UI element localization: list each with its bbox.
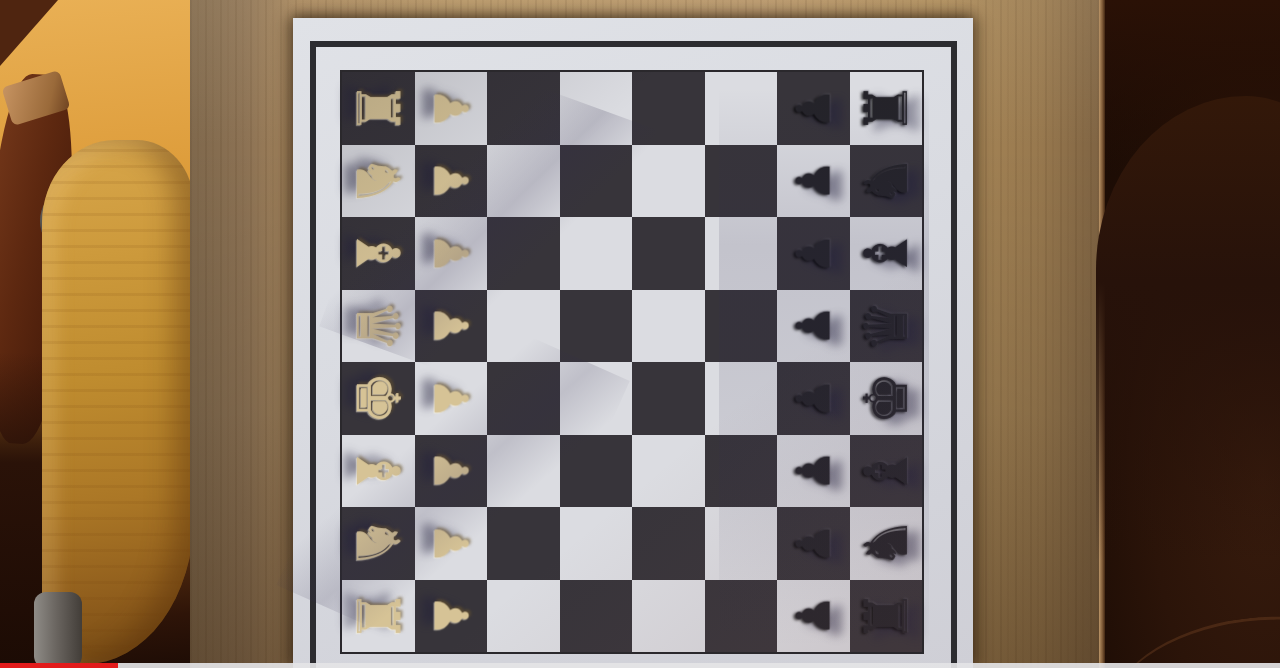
square-e5[interactable] [632,362,705,435]
white-knight-g1[interactable]: ♞ [348,516,408,570]
white-queen-d1[interactable]: ♛ [348,299,408,353]
square-h7[interactable]: ♟ [777,580,850,653]
video-progress-bar[interactable] [0,663,1280,668]
square-a5[interactable] [632,72,705,145]
chair-seat [42,140,194,664]
square-a2[interactable]: ♟ [415,72,488,145]
tabletop-chess-scene: ♜♟♟♜♞♟♟♞♝♟♟♝♛♟♟♛♚♟♟♚♝♟♟♝♞♟♟♞♜♟♟♜ [0,0,1280,668]
black-pawn-h7[interactable]: ♟ [790,595,837,637]
square-a6[interactable] [705,72,778,145]
square-c6[interactable] [705,217,778,290]
square-f4[interactable] [560,435,633,508]
white-pawn-d2[interactable]: ♟ [427,305,474,347]
square-g1[interactable]: ♞ [342,507,415,580]
black-pawn-e7[interactable]: ♟ [790,377,837,419]
black-rook-a8[interactable]: ♜ [856,81,916,135]
square-d6[interactable] [705,290,778,363]
black-knight-g8[interactable]: ♞ [856,516,916,570]
square-a1[interactable]: ♜ [342,72,415,145]
square-b3[interactable] [487,145,560,218]
square-c8[interactable]: ♝ [850,217,923,290]
black-pawn-g7[interactable]: ♟ [790,522,837,564]
square-b7[interactable]: ♟ [777,145,850,218]
square-e1[interactable]: ♚ [342,362,415,435]
square-f6[interactable] [705,435,778,508]
white-pawn-a2[interactable]: ♟ [427,87,474,129]
square-h3[interactable] [487,580,560,653]
square-c7[interactable]: ♟ [777,217,850,290]
white-bishop-c1[interactable]: ♝ [348,226,408,280]
square-d2[interactable]: ♟ [415,290,488,363]
square-h1[interactable]: ♜ [342,580,415,653]
white-pawn-c2[interactable]: ♟ [427,232,474,274]
chair-leg [34,592,82,668]
square-d1[interactable]: ♛ [342,290,415,363]
black-king-e8[interactable]: ♚ [856,371,916,425]
square-e3[interactable] [487,362,560,435]
white-knight-b1[interactable]: ♞ [348,154,408,208]
black-bishop-c8[interactable]: ♝ [856,226,916,280]
black-pawn-d7[interactable]: ♟ [790,305,837,347]
black-pawn-f7[interactable]: ♟ [790,450,837,492]
square-e2[interactable]: ♟ [415,362,488,435]
square-g5[interactable] [632,507,705,580]
video-progress-played[interactable] [0,663,118,668]
white-rook-a1[interactable]: ♜ [348,81,408,135]
black-pawn-c7[interactable]: ♟ [790,232,837,274]
square-a4[interactable] [560,72,633,145]
square-f7[interactable]: ♟ [777,435,850,508]
chess-board-grid[interactable]: ♜♟♟♜♞♟♟♞♝♟♟♝♛♟♟♛♚♟♟♚♝♟♟♝♞♟♟♞♜♟♟♜ [342,72,922,652]
square-c4[interactable] [560,217,633,290]
square-g3[interactable] [487,507,560,580]
white-rook-h1[interactable]: ♜ [348,589,408,643]
square-h6[interactable] [705,580,778,653]
white-bishop-f1[interactable]: ♝ [348,444,408,498]
square-d4[interactable] [560,290,633,363]
square-h5[interactable] [632,580,705,653]
white-pawn-f2[interactable]: ♟ [427,450,474,492]
square-b5[interactable] [632,145,705,218]
black-knight-b8[interactable]: ♞ [856,154,916,208]
square-g7[interactable]: ♟ [777,507,850,580]
white-king-e1[interactable]: ♚ [348,371,408,425]
black-queen-d8[interactable]: ♛ [856,299,916,353]
square-c5[interactable] [632,217,705,290]
square-e4[interactable] [560,362,633,435]
square-c3[interactable] [487,217,560,290]
square-d5[interactable] [632,290,705,363]
square-a7[interactable]: ♟ [777,72,850,145]
square-g8[interactable]: ♞ [850,507,923,580]
square-h2[interactable]: ♟ [415,580,488,653]
square-a3[interactable] [487,72,560,145]
square-h4[interactable] [560,580,633,653]
square-h8[interactable]: ♜ [850,580,923,653]
square-e8[interactable]: ♚ [850,362,923,435]
white-pawn-g2[interactable]: ♟ [427,522,474,564]
black-rook-h8[interactable]: ♜ [856,589,916,643]
square-g6[interactable] [705,507,778,580]
black-bishop-f8[interactable]: ♝ [856,444,916,498]
square-b6[interactable] [705,145,778,218]
square-f8[interactable]: ♝ [850,435,923,508]
square-b4[interactable] [560,145,633,218]
square-b2[interactable]: ♟ [415,145,488,218]
square-c2[interactable]: ♟ [415,217,488,290]
square-b8[interactable]: ♞ [850,145,923,218]
white-pawn-h2[interactable]: ♟ [427,595,474,637]
square-d3[interactable] [487,290,560,363]
square-d8[interactable]: ♛ [850,290,923,363]
square-e6[interactable] [705,362,778,435]
square-g2[interactable]: ♟ [415,507,488,580]
square-e7[interactable]: ♟ [777,362,850,435]
square-f5[interactable] [632,435,705,508]
right-chair-silhouette [1096,96,1280,668]
square-c1[interactable]: ♝ [342,217,415,290]
white-pawn-b2[interactable]: ♟ [427,160,474,202]
square-f1[interactable]: ♝ [342,435,415,508]
black-pawn-a7[interactable]: ♟ [790,87,837,129]
square-b1[interactable]: ♞ [342,145,415,218]
square-f2[interactable]: ♟ [415,435,488,508]
white-pawn-e2[interactable]: ♟ [427,377,474,419]
paper-chessboard-sheet: ♜♟♟♜♞♟♟♞♝♟♟♝♛♟♟♛♚♟♟♚♝♟♟♝♞♟♟♞♜♟♟♜ [293,18,973,668]
square-a8[interactable]: ♜ [850,72,923,145]
square-d7[interactable]: ♟ [777,290,850,363]
square-g4[interactable] [560,507,633,580]
square-f3[interactable] [487,435,560,508]
black-pawn-b7[interactable]: ♟ [790,160,837,202]
